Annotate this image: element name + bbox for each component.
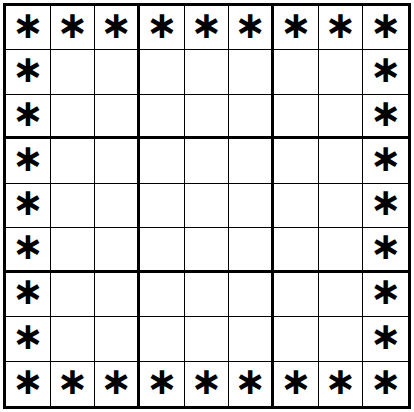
asterisk-marker: ∗: [325, 6, 357, 44]
asterisk-marker: ∗: [100, 362, 132, 400]
asterisk-marker: ∗: [12, 183, 44, 221]
grid-cell-r9c9[interactable]: ∗: [363, 362, 408, 406]
grid-cell-r5c5[interactable]: [185, 184, 230, 228]
grid-cell-r4c2[interactable]: [51, 139, 96, 183]
grid-cell-r8c1[interactable]: ∗: [6, 317, 51, 361]
grid-cell-r7c8[interactable]: [319, 273, 364, 317]
grid-cell-r8c7[interactable]: [274, 317, 319, 361]
grid-cell-r2c1[interactable]: ∗: [6, 50, 51, 94]
grid-cell-r3c6[interactable]: [229, 95, 274, 139]
asterisk-marker: ∗: [370, 362, 402, 400]
grid-cell-r4c1[interactable]: ∗: [6, 139, 51, 183]
asterisk-marker: ∗: [12, 272, 44, 310]
asterisk-marker: ∗: [100, 6, 132, 44]
grid-cell-r6c5[interactable]: [185, 228, 230, 272]
asterisk-marker: ∗: [325, 362, 357, 400]
grid-cell-r9c3[interactable]: ∗: [95, 362, 140, 406]
grid-cell-r9c1[interactable]: ∗: [6, 362, 51, 406]
grid-cell-r4c3[interactable]: [95, 139, 140, 183]
grid-cell-r8c6[interactable]: [229, 317, 274, 361]
asterisk-marker: ∗: [370, 94, 402, 132]
asterisk-marker: ∗: [12, 227, 44, 265]
grid-cell-r8c9[interactable]: ∗: [363, 317, 408, 361]
asterisk-marker: ∗: [12, 139, 44, 177]
asterisk-marker: ∗: [370, 272, 402, 310]
grid-cell-r4c4[interactable]: [140, 139, 185, 183]
grid-cell-r3c4[interactable]: [140, 95, 185, 139]
asterisk-marker: ∗: [191, 6, 223, 44]
grid-cell-r5c6[interactable]: [229, 184, 274, 228]
grid-cell-r3c1[interactable]: ∗: [6, 95, 51, 139]
grid-cell-r8c3[interactable]: [95, 317, 140, 361]
grid-cell-r1c7[interactable]: ∗: [274, 6, 319, 50]
grid-cell-r6c9[interactable]: ∗: [363, 228, 408, 272]
asterisk-marker: ∗: [234, 6, 266, 44]
grid-cell-r1c2[interactable]: ∗: [51, 6, 96, 50]
grid-cell-r6c8[interactable]: [319, 228, 364, 272]
grid-cell-r5c3[interactable]: [95, 184, 140, 228]
grid-cell-r3c5[interactable]: [185, 95, 230, 139]
grid-cell-r6c1[interactable]: ∗: [6, 228, 51, 272]
grid-cell-r5c2[interactable]: [51, 184, 96, 228]
grid-cell-r1c3[interactable]: ∗: [95, 6, 140, 50]
grid-cell-r8c8[interactable]: [319, 317, 364, 361]
grid-cell-r2c8[interactable]: [319, 50, 364, 94]
grid-cell-r6c2[interactable]: [51, 228, 96, 272]
grid-cell-r9c7[interactable]: ∗: [274, 362, 319, 406]
grid-cell-r7c5[interactable]: [185, 273, 230, 317]
grid-cell-r7c6[interactable]: [229, 273, 274, 317]
grid-cell-r3c9[interactable]: ∗: [363, 95, 408, 139]
asterisk-marker: ∗: [370, 6, 402, 44]
asterisk-marker: ∗: [12, 6, 44, 44]
asterisk-marker: ∗: [370, 139, 402, 177]
asterisk-marker: ∗: [280, 6, 312, 44]
grid-cell-r2c6[interactable]: [229, 50, 274, 94]
grid-cell-r2c7[interactable]: [274, 50, 319, 94]
grid-cell-r7c1[interactable]: ∗: [6, 273, 51, 317]
asterisk-marker: ∗: [57, 6, 89, 44]
asterisk-marker: ∗: [234, 362, 266, 400]
grid-cell-r8c5[interactable]: [185, 317, 230, 361]
grid-cell-r5c8[interactable]: [319, 184, 364, 228]
grid-cell-r4c5[interactable]: [185, 139, 230, 183]
asterisk-marker: ∗: [12, 362, 44, 400]
grid-cell-r9c2[interactable]: ∗: [51, 362, 96, 406]
asterisk-marker: ∗: [370, 317, 402, 355]
grid-cell-r2c2[interactable]: [51, 50, 96, 94]
grid-cell-r7c7[interactable]: [274, 273, 319, 317]
asterisk-marker: ∗: [12, 50, 44, 88]
grid-cell-r4c7[interactable]: [274, 139, 319, 183]
grid-cell-r2c9[interactable]: ∗: [363, 50, 408, 94]
grid-cell-r8c4[interactable]: [140, 317, 185, 361]
grid-cell-r3c3[interactable]: [95, 95, 140, 139]
grid-cell-r7c4[interactable]: [140, 273, 185, 317]
grid-cell-r3c2[interactable]: [51, 95, 96, 139]
grid-cell-r5c7[interactable]: [274, 184, 319, 228]
grid-cell-r5c4[interactable]: [140, 184, 185, 228]
asterisk-marker: ∗: [12, 94, 44, 132]
asterisk-marker: ∗: [57, 362, 89, 400]
grid-cell-r5c9[interactable]: ∗: [363, 184, 408, 228]
grid-cell-r1c8[interactable]: ∗: [319, 6, 364, 50]
sudoku-board: ∗∗∗∗∗∗∗∗∗∗∗∗∗∗∗∗∗∗∗∗∗∗∗∗∗∗∗∗∗∗∗∗: [3, 3, 411, 409]
grid-cell-r2c5[interactable]: [185, 50, 230, 94]
grid-cell-r8c2[interactable]: [51, 317, 96, 361]
asterisk-marker: ∗: [146, 6, 178, 44]
grid-cell-r6c4[interactable]: [140, 228, 185, 272]
asterisk-marker: ∗: [191, 362, 223, 400]
grid-cell-r2c4[interactable]: [140, 50, 185, 94]
grid-cell-r9c4[interactable]: ∗: [140, 362, 185, 406]
grid-cell-r3c7[interactable]: [274, 95, 319, 139]
grid-cell-r1c6[interactable]: ∗: [229, 6, 274, 50]
grid-cell-r1c1[interactable]: ∗: [6, 6, 51, 50]
grid-cell-r1c4[interactable]: ∗: [140, 6, 185, 50]
asterisk-marker: ∗: [370, 50, 402, 88]
grid-cell-r7c2[interactable]: [51, 273, 96, 317]
asterisk-marker: ∗: [370, 227, 402, 265]
grid-cell-r1c9[interactable]: ∗: [363, 6, 408, 50]
asterisk-marker: ∗: [146, 362, 178, 400]
grid-cell-r9c6[interactable]: ∗: [229, 362, 274, 406]
grid-cell-r4c6[interactable]: [229, 139, 274, 183]
grid-cell-r9c8[interactable]: ∗: [319, 362, 364, 406]
grid-cell-r9c5[interactable]: ∗: [185, 362, 230, 406]
asterisk-marker: ∗: [370, 183, 402, 221]
grid-cell-r4c9[interactable]: ∗: [363, 139, 408, 183]
grid-cell-r6c6[interactable]: [229, 228, 274, 272]
grid-cell-r4c8[interactable]: [319, 139, 364, 183]
grid-cell-r6c7[interactable]: [274, 228, 319, 272]
grid-cell-r2c3[interactable]: [95, 50, 140, 94]
asterisk-marker: ∗: [280, 362, 312, 400]
grid-cell-r5c1[interactable]: ∗: [6, 184, 51, 228]
asterisk-marker: ∗: [12, 317, 44, 355]
grid-cell-r7c3[interactable]: [95, 273, 140, 317]
grid-cell-r7c9[interactable]: ∗: [363, 273, 408, 317]
grid-cell-r1c5[interactable]: ∗: [185, 6, 230, 50]
grid-cell-r3c8[interactable]: [319, 95, 364, 139]
grid-cell-r6c3[interactable]: [95, 228, 140, 272]
